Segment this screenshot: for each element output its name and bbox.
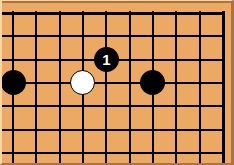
grid-line-vertical xyxy=(199,11,201,163)
go-board: 1 xyxy=(2,3,231,163)
grid-line-vertical xyxy=(59,11,61,163)
grid-line-vertical xyxy=(35,11,37,163)
grid-line-horizontal xyxy=(2,152,225,154)
grid-line-horizontal xyxy=(2,82,225,84)
grid-line-horizontal xyxy=(2,35,225,37)
black-stone-Q16 xyxy=(140,70,165,95)
grid-line-vertical xyxy=(105,11,107,163)
board-right-edge-line xyxy=(222,11,225,163)
grid-line-horizontal xyxy=(2,105,225,107)
board-top-edge-line xyxy=(2,12,225,15)
grid-line-vertical xyxy=(175,11,177,163)
grid-line-vertical xyxy=(129,11,131,163)
grid-line-horizontal xyxy=(2,129,225,131)
move-number-label: 1 xyxy=(102,52,110,67)
white-stone-N16 xyxy=(70,70,95,95)
black-stone-O17: 1 xyxy=(94,47,119,72)
go-diagram: 1 xyxy=(0,0,234,165)
black-stone-K16 xyxy=(2,70,26,95)
